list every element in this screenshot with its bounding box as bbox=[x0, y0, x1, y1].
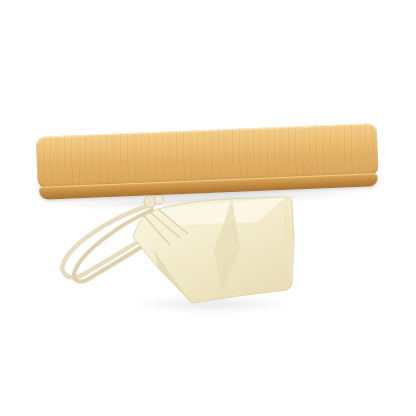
photo-scene bbox=[0, 0, 416, 416]
cord-knot-bead bbox=[144, 196, 156, 208]
drawstring-bag[interactable] bbox=[50, 190, 310, 315]
cord-knot-bead-2 bbox=[155, 196, 164, 205]
